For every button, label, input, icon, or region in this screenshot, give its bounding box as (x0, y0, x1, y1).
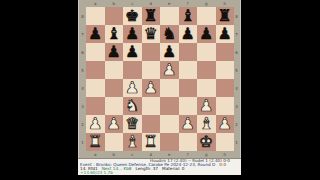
white-pawn: ♟ (197, 97, 216, 115)
coord-label-4: 4 (234, 79, 239, 97)
square-a6[interactable] (86, 43, 105, 61)
black-pawn: ♟ (197, 25, 216, 43)
coord-label-c: c (123, 152, 142, 157)
coord-label-f: f (179, 152, 198, 157)
square-a4[interactable] (86, 79, 105, 97)
square-d4[interactable]: ♟ (142, 79, 161, 97)
black-pawn: ♟ (216, 25, 235, 43)
square-b1[interactable] (105, 133, 124, 151)
square-f7[interactable]: ♟ (179, 25, 198, 43)
status-segment: Length: 37 (136, 167, 159, 171)
coord-label-1: 1 (80, 133, 85, 151)
black-knight: ♞ (160, 25, 179, 43)
square-c5[interactable] (123, 61, 142, 79)
square-b5[interactable] (105, 61, 124, 79)
square-h1[interactable] (216, 133, 235, 151)
coord-label-d: d (142, 152, 161, 157)
square-g5[interactable] (197, 61, 216, 79)
square-h7[interactable]: ♟ (216, 25, 235, 43)
white-pawn: ♟ (142, 79, 161, 97)
square-g1[interactable]: ♚ (197, 133, 216, 151)
coord-label-7: 7 (80, 25, 85, 43)
black-pawn: ♟ (123, 43, 142, 61)
black-pawn: ♟ (179, 25, 198, 43)
square-g8[interactable] (197, 7, 216, 25)
white-pawn: ♟ (216, 115, 235, 133)
black-pawn: ♟ (123, 25, 142, 43)
square-a3[interactable] (86, 97, 105, 115)
coord-label-2: 2 (234, 115, 239, 133)
black-bishop: ♝ (179, 7, 198, 25)
square-a1[interactable]: ♜ (86, 133, 105, 151)
rank-labels-left: 87654321 (80, 7, 85, 151)
black-queen: ♛ (142, 25, 161, 43)
coord-label-b: b (105, 152, 124, 157)
video-frame: abcdefgh 87654321 ♚♜♝♜♟♝♟♛♞♟♟♟♟♟♟♟♟♟♞♟♟♟… (0, 0, 320, 180)
coord-label-1: 1 (234, 133, 239, 151)
chess-board: ♚♜♝♜♟♝♟♛♞♟♟♟♟♟♟♟♟♟♞♟♟♟♛♟♝♟♜♝♜♚ (86, 7, 234, 151)
square-e6[interactable]: ♟ (160, 43, 179, 61)
black-bishop: ♝ (105, 25, 124, 43)
square-h6[interactable] (216, 43, 235, 61)
black-pawn: ♟ (105, 43, 124, 61)
square-a8[interactable] (86, 7, 105, 25)
square-c4[interactable]: ♟ (123, 79, 142, 97)
square-h2[interactable]: ♟ (216, 115, 235, 133)
coord-label-3: 3 (80, 97, 85, 115)
white-pawn: ♟ (86, 115, 105, 133)
square-g2[interactable]: ♝ (197, 115, 216, 133)
coord-label-g: g (197, 152, 216, 157)
square-b4[interactable] (105, 79, 124, 97)
square-f3[interactable] (179, 97, 198, 115)
status-segment: 0:0 (219, 163, 226, 167)
square-b2[interactable]: ♟ (105, 115, 124, 133)
white-rook: ♜ (86, 133, 105, 151)
coord-label-5: 5 (80, 61, 85, 79)
coord-label-g: g (197, 1, 216, 6)
chess-gui-window: abcdefgh 87654321 ♚♜♝♜♟♝♟♛♞♟♟♟♟♟♟♟♟♟♞♟♟♟… (78, 0, 241, 175)
square-g3[interactable]: ♟ (197, 97, 216, 115)
file-labels-bottom: abcdefgh (86, 152, 234, 157)
white-knight: ♞ (123, 97, 142, 115)
coord-label-3: 3 (234, 97, 239, 115)
square-d1[interactable]: ♜ (142, 133, 161, 151)
square-g7[interactable]: ♟ (197, 25, 216, 43)
coord-label-6: 6 (80, 43, 85, 61)
eval-line: +13.60/23 1.7b (80, 171, 239, 175)
coord-label-a: a (86, 152, 105, 157)
square-d2[interactable] (142, 115, 161, 133)
white-pawn: ♟ (160, 61, 179, 79)
square-e3[interactable] (160, 97, 179, 115)
square-d7[interactable]: ♛ (142, 25, 161, 43)
black-king: ♚ (123, 7, 142, 25)
square-c1[interactable]: ♝ (123, 133, 142, 151)
square-f8[interactable]: ♝ (179, 7, 198, 25)
black-pawn: ♟ (86, 25, 105, 43)
square-e1[interactable] (160, 133, 179, 151)
square-e8[interactable] (160, 7, 179, 25)
file-labels-top: abcdefgh (86, 1, 234, 6)
coord-label-6: 6 (234, 43, 239, 61)
square-f4[interactable] (179, 79, 198, 97)
square-h4[interactable] (216, 79, 235, 97)
coord-label-7: 7 (234, 25, 239, 43)
coord-label-e: e (160, 1, 179, 6)
square-d3[interactable] (142, 97, 161, 115)
square-c3[interactable]: ♞ (123, 97, 142, 115)
square-a7[interactable]: ♟ (86, 25, 105, 43)
coord-label-a: a (86, 1, 105, 6)
square-c2[interactable]: ♛ (123, 115, 142, 133)
square-f5[interactable] (179, 61, 198, 79)
black-pawn: ♟ (160, 43, 179, 61)
square-f6[interactable] (179, 43, 198, 61)
square-c8[interactable]: ♚ (123, 7, 142, 25)
white-bishop: ♝ (123, 133, 142, 151)
board-frame: abcdefgh 87654321 ♚♜♝♜♟♝♟♛♞♟♟♟♟♟♟♟♟♟♞♟♟♟… (79, 0, 240, 158)
white-king: ♚ (197, 133, 216, 151)
square-b7[interactable]: ♝ (105, 25, 124, 43)
status-segment: +13.60/23 1.7b (80, 171, 113, 175)
square-a2[interactable]: ♟ (86, 115, 105, 133)
square-c7[interactable]: ♟ (123, 25, 142, 43)
coord-label-8: 8 (234, 7, 239, 25)
square-h5[interactable] (216, 61, 235, 79)
square-g4[interactable] (197, 79, 216, 97)
square-c6[interactable]: ♟ (123, 43, 142, 61)
square-g6[interactable] (197, 43, 216, 61)
square-a5[interactable] (86, 61, 105, 79)
white-pawn: ♟ (179, 115, 198, 133)
coord-label-h: h (216, 152, 235, 157)
square-f2[interactable]: ♟ (179, 115, 198, 133)
coord-label-4: 4 (80, 79, 85, 97)
square-f1[interactable] (179, 133, 198, 151)
coord-label-8: 8 (80, 7, 85, 25)
square-b6[interactable]: ♟ (105, 43, 124, 61)
white-pawn: ♟ (123, 79, 142, 97)
coord-label-e: e (160, 152, 179, 157)
white-queen: ♛ (123, 115, 142, 133)
black-rook: ♜ (216, 7, 235, 25)
status-segment: Material: 0 (162, 167, 184, 171)
square-d6[interactable] (142, 43, 161, 61)
white-pawn: ♟ (105, 115, 124, 133)
black-rook: ♜ (142, 7, 161, 25)
white-bishop: ♝ (197, 115, 216, 133)
white-rook: ♜ (142, 133, 161, 151)
square-d8[interactable]: ♜ (142, 7, 161, 25)
square-e7[interactable]: ♞ (160, 25, 179, 43)
square-h3[interactable] (216, 97, 235, 115)
square-h8[interactable]: ♜ (216, 7, 235, 25)
square-e2[interactable] (160, 115, 179, 133)
square-e4[interactable] (160, 79, 179, 97)
coord-label-2: 2 (80, 115, 85, 133)
square-d5[interactable] (142, 61, 161, 79)
square-b8[interactable] (105, 7, 124, 25)
coord-label-b: b (105, 1, 124, 6)
coord-label-5: 5 (234, 61, 239, 79)
square-b3[interactable] (105, 97, 124, 115)
square-e5[interactable]: ♟ (160, 61, 179, 79)
engine-status-bar: Houdini 17 (2.40) -- Rodel 1 (2.40) 0-0 … (78, 158, 241, 175)
rank-labels-right: 87654321 (234, 7, 239, 151)
